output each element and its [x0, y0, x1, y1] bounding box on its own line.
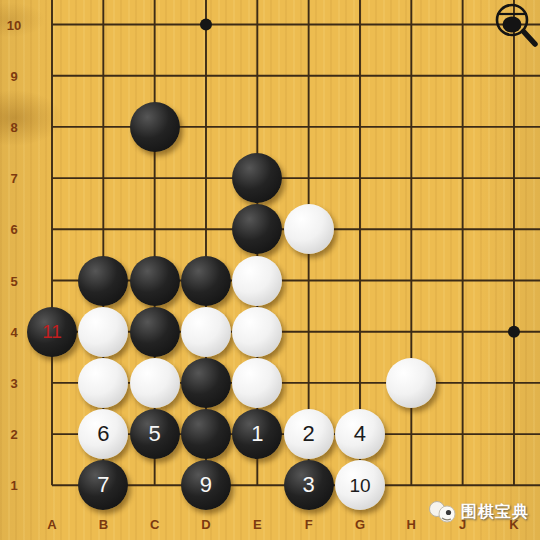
- stone-h3-white[interactable]: [386, 358, 436, 408]
- column-label-A: A: [47, 517, 56, 532]
- move-number-9: 9: [200, 474, 212, 496]
- stone-e4-white[interactable]: [232, 307, 282, 357]
- stone-c3-white[interactable]: [130, 358, 180, 408]
- stone-e2-black[interactable]: 1: [232, 409, 282, 459]
- column-label-E: E: [253, 517, 262, 532]
- move-number-10: 10: [349, 476, 370, 495]
- stone-f1-black[interactable]: 3: [284, 460, 334, 510]
- stone-g1-white[interactable]: 10: [335, 460, 385, 510]
- stone-d2-black[interactable]: [181, 409, 231, 459]
- row-label-9: 9: [10, 68, 17, 83]
- move-number-4: 4: [354, 423, 366, 445]
- move-number-5: 5: [149, 423, 161, 445]
- stone-e6-black[interactable]: [232, 204, 282, 254]
- column-label-C: C: [150, 517, 159, 532]
- stone-b3-white[interactable]: [78, 358, 128, 408]
- column-label-H: H: [407, 517, 416, 532]
- stone-f2-white[interactable]: 2: [284, 409, 334, 459]
- two-go-stones-icon: [428, 499, 458, 525]
- stone-d1-black[interactable]: 9: [181, 460, 231, 510]
- column-label-F: F: [305, 517, 313, 532]
- row-label-5: 5: [10, 273, 17, 288]
- app-logo: 围棋宝典: [428, 499, 529, 525]
- stone-e3-white[interactable]: [232, 358, 282, 408]
- stone-e7-black[interactable]: [232, 153, 282, 203]
- stone-b1-black[interactable]: 7: [78, 460, 128, 510]
- row-label-6: 6: [10, 222, 17, 237]
- stone-c5-black[interactable]: [130, 256, 180, 306]
- stone-b4-white[interactable]: [78, 307, 128, 357]
- move-number-1: 1: [251, 423, 263, 445]
- row-label-3: 3: [10, 375, 17, 390]
- row-label-4: 4: [10, 324, 17, 339]
- stone-c4-black[interactable]: [130, 307, 180, 357]
- move-number-11: 11: [42, 322, 62, 341]
- row-label-8: 8: [10, 119, 17, 134]
- stone-c2-black[interactable]: 5: [130, 409, 180, 459]
- stone-e5-white[interactable]: [232, 256, 282, 306]
- stone-d3-black[interactable]: [181, 358, 231, 408]
- stone-d5-black[interactable]: [181, 256, 231, 306]
- stone-a4-black[interactable]: 11: [27, 307, 77, 357]
- magnifier-zoom-icon[interactable]: [488, 0, 540, 52]
- column-label-B: B: [99, 517, 108, 532]
- column-label-G: G: [355, 517, 365, 532]
- move-number-3: 3: [303, 474, 315, 496]
- row-label-1: 1: [10, 478, 17, 493]
- stone-c8-black[interactable]: [130, 102, 180, 152]
- move-number-7: 7: [97, 474, 109, 496]
- app-logo-text: 围棋宝典: [461, 502, 529, 523]
- row-label-2: 2: [10, 427, 17, 442]
- column-label-D: D: [201, 517, 210, 532]
- stone-b5-black[interactable]: [78, 256, 128, 306]
- row-label-7: 7: [10, 171, 17, 186]
- stone-d4-white[interactable]: [181, 307, 231, 357]
- row-label-10: 10: [7, 17, 21, 32]
- stone-b2-white[interactable]: 6: [78, 409, 128, 459]
- move-number-2: 2: [303, 423, 315, 445]
- stone-f6-white[interactable]: [284, 204, 334, 254]
- go-board-surface[interactable]: 10987654321 ABCDEFGHJK 116512479310 围棋宝典: [0, 0, 540, 540]
- stone-g2-white[interactable]: 4: [335, 409, 385, 459]
- move-number-6: 6: [97, 423, 109, 445]
